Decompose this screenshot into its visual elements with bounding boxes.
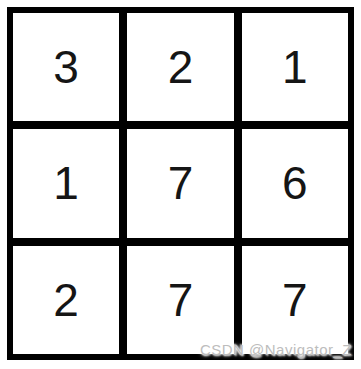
watermark: CSDN @Navigator_Z — [200, 341, 352, 358]
grid-cell-r0c0: 3 — [13, 13, 119, 121]
grid-cell-r0c2: 1 — [242, 13, 348, 121]
puzzle-board: 3 2 1 1 7 6 2 7 7 — [7, 7, 354, 360]
grid-cell-r2c2: 7 — [242, 246, 348, 354]
screenshot-root: 3 2 1 1 7 6 2 7 7 CSDN @Navigator_Z — [0, 0, 361, 369]
grid-cell-r2c0: 2 — [13, 246, 119, 354]
grid-cell-r1c2: 6 — [242, 129, 348, 237]
grid-cell-r0c1: 2 — [127, 13, 233, 121]
grid-cell-r2c1: 7 — [127, 246, 233, 354]
grid-cell-r1c1: 7 — [127, 129, 233, 237]
grid-cell-r1c0: 1 — [13, 129, 119, 237]
